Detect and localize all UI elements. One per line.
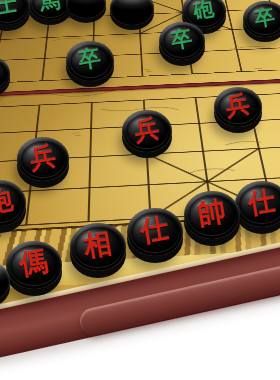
piece-red-soldier-3[interactable]: 兵 — [17, 137, 69, 181]
piece-red-advisor-2[interactable]: 仕 — [235, 181, 280, 227]
piece-character: 兵 — [211, 82, 265, 130]
photo-canvas: 馬士砲卒卒卒兵兵兵炮仕帥仕相傌 — [0, 0, 280, 380]
piece-green-soldier-1[interactable]: 卒 — [243, 1, 280, 37]
piece-red-general[interactable]: 帥 — [184, 191, 240, 239]
piece-red-elephant[interactable]: 相 — [70, 223, 126, 271]
piece-character: 卒 — [240, 0, 280, 39]
piece-red-soldier-1[interactable]: 兵 — [214, 87, 262, 127]
piece-character: 帥 — [180, 185, 243, 242]
piece-green-soldier-2[interactable]: 卒 — [159, 22, 205, 60]
piece-character: 相 — [66, 217, 129, 274]
piece-back-piece-2[interactable] — [110, 0, 154, 25]
piece-green-advisor[interactable]: 士 — [0, 0, 30, 25]
piece-character: 傌 — [2, 235, 65, 292]
piece-green-soldier-3[interactable]: 卒 — [66, 41, 114, 81]
piece-character: 炮 — [0, 174, 29, 228]
piece-engraved-ring — [0, 60, 7, 88]
piece-red-advisor-1[interactable]: 仕 — [127, 208, 183, 256]
piece-character: 兵 — [118, 104, 175, 154]
piece-character: 卒 — [156, 17, 208, 62]
piece-edge-sliver-bottom[interactable] — [0, 262, 10, 300]
piece-back-piece-1[interactable] — [66, 0, 106, 18]
piece-character: 兵 — [13, 131, 72, 183]
piece-red-soldier-2[interactable]: 兵 — [122, 110, 172, 152]
piece-red-cannon[interactable]: 炮 — [0, 180, 26, 226]
piece-green-edge-sliver[interactable] — [0, 57, 10, 91]
piece-character: 仕 — [123, 202, 186, 259]
piece-character: 卒 — [63, 36, 117, 84]
piece-red-horse[interactable]: 傌 — [6, 241, 62, 289]
piece-character: 士 — [0, 0, 33, 27]
